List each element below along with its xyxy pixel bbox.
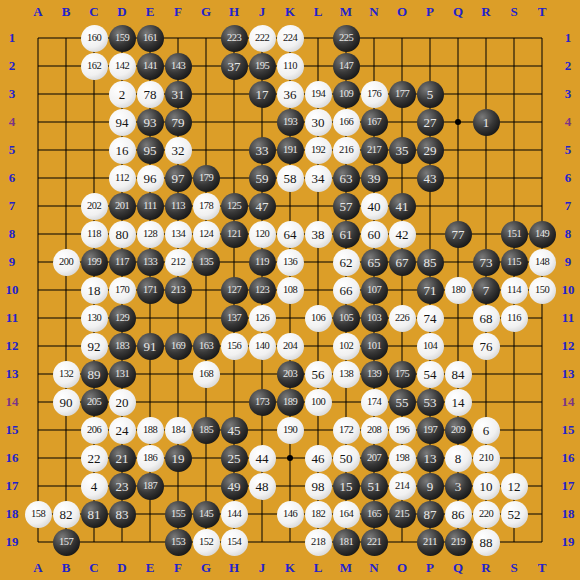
black-stone-S9[interactable]: 115 [501, 249, 528, 276]
black-stone-D7[interactable]: 201 [109, 193, 136, 220]
intersection-A6[interactable] [24, 164, 52, 192]
intersection-Q4[interactable] [444, 108, 472, 136]
white-stone-P12[interactable]: 104 [417, 333, 444, 360]
intersection-A14[interactable] [24, 388, 52, 416]
white-stone-C12[interactable]: 92 [81, 333, 108, 360]
intersection-R9[interactable]: 73 [472, 248, 500, 276]
white-stone-K10[interactable]: 108 [277, 277, 304, 304]
intersection-L3[interactable]: 194 [304, 80, 332, 108]
intersection-Q8[interactable]: 77 [444, 220, 472, 248]
intersection-D11[interactable]: 129 [108, 304, 136, 332]
intersection-N15[interactable]: 208 [360, 416, 388, 444]
intersection-R6[interactable] [472, 164, 500, 192]
intersection-R13[interactable] [472, 360, 500, 388]
white-stone-K18[interactable]: 146 [277, 501, 304, 528]
intersection-N12[interactable]: 101 [360, 332, 388, 360]
intersection-J14[interactable]: 173 [248, 388, 276, 416]
white-stone-S17[interactable]: 12 [501, 473, 528, 500]
intersection-N14[interactable]: 174 [360, 388, 388, 416]
black-stone-F18[interactable]: 155 [165, 501, 192, 528]
intersection-C15[interactable]: 206 [80, 416, 108, 444]
intersection-H5[interactable] [220, 136, 248, 164]
white-stone-E3[interactable]: 78 [137, 81, 164, 108]
black-stone-H8[interactable]: 121 [221, 221, 248, 248]
white-stone-M15[interactable]: 172 [333, 417, 360, 444]
white-stone-G19[interactable]: 152 [193, 529, 220, 556]
intersection-J19[interactable] [248, 528, 276, 556]
intersection-T2[interactable] [528, 52, 556, 80]
intersection-E18[interactable] [136, 500, 164, 528]
black-stone-C18[interactable]: 81 [81, 501, 108, 528]
intersection-G11[interactable] [192, 304, 220, 332]
intersection-M3[interactable]: 109 [332, 80, 360, 108]
intersection-O5[interactable]: 35 [388, 136, 416, 164]
intersection-M6[interactable]: 63 [332, 164, 360, 192]
black-stone-P9[interactable]: 85 [417, 249, 444, 276]
intersection-T18[interactable] [528, 500, 556, 528]
white-stone-D15[interactable]: 24 [109, 417, 136, 444]
black-stone-H16[interactable]: 25 [221, 445, 248, 472]
white-stone-L18[interactable]: 182 [305, 501, 332, 528]
intersection-D17[interactable]: 23 [108, 472, 136, 500]
black-stone-O9[interactable]: 67 [389, 249, 416, 276]
white-stone-R17[interactable]: 10 [473, 473, 500, 500]
black-stone-T8[interactable]: 149 [529, 221, 556, 248]
intersection-L10[interactable] [304, 276, 332, 304]
intersection-P3[interactable]: 5 [416, 80, 444, 108]
intersection-F5[interactable]: 32 [164, 136, 192, 164]
intersection-G17[interactable] [192, 472, 220, 500]
intersection-B4[interactable] [52, 108, 80, 136]
white-stone-L19[interactable]: 218 [305, 529, 332, 556]
intersection-J11[interactable]: 126 [248, 304, 276, 332]
black-stone-M6[interactable]: 63 [333, 165, 360, 192]
intersection-S12[interactable] [500, 332, 528, 360]
intersection-D7[interactable]: 201 [108, 192, 136, 220]
intersection-B3[interactable] [52, 80, 80, 108]
intersection-Q3[interactable] [444, 80, 472, 108]
intersection-F6[interactable]: 97 [164, 164, 192, 192]
white-stone-B18[interactable]: 82 [53, 501, 80, 528]
intersection-C8[interactable]: 118 [80, 220, 108, 248]
intersection-D15[interactable]: 24 [108, 416, 136, 444]
intersection-B16[interactable] [52, 444, 80, 472]
intersection-S11[interactable]: 116 [500, 304, 528, 332]
intersection-J8[interactable]: 120 [248, 220, 276, 248]
white-stone-R12[interactable]: 76 [473, 333, 500, 360]
intersection-G8[interactable]: 124 [192, 220, 220, 248]
black-stone-K14[interactable]: 189 [277, 389, 304, 416]
intersection-E13[interactable] [136, 360, 164, 388]
black-stone-E12[interactable]: 91 [137, 333, 164, 360]
intersection-S18[interactable]: 52 [500, 500, 528, 528]
intersection-M15[interactable]: 172 [332, 416, 360, 444]
intersection-L4[interactable]: 30 [304, 108, 332, 136]
intersection-T19[interactable] [528, 528, 556, 556]
intersection-R11[interactable]: 68 [472, 304, 500, 332]
white-stone-O11[interactable]: 226 [389, 305, 416, 332]
intersection-C2[interactable]: 162 [80, 52, 108, 80]
black-stone-N11[interactable]: 103 [361, 305, 388, 332]
white-stone-R18[interactable]: 220 [473, 501, 500, 528]
intersection-J10[interactable]: 123 [248, 276, 276, 304]
white-stone-C15[interactable]: 206 [81, 417, 108, 444]
intersection-H13[interactable] [220, 360, 248, 388]
intersection-M9[interactable]: 62 [332, 248, 360, 276]
intersection-M19[interactable]: 181 [332, 528, 360, 556]
white-stone-L6[interactable]: 34 [305, 165, 332, 192]
intersection-O17[interactable]: 214 [388, 472, 416, 500]
intersection-S8[interactable]: 151 [500, 220, 528, 248]
black-stone-N17[interactable]: 51 [361, 473, 388, 500]
intersection-B1[interactable] [52, 24, 80, 52]
intersection-S1[interactable] [500, 24, 528, 52]
intersection-P4[interactable]: 27 [416, 108, 444, 136]
intersection-C5[interactable] [80, 136, 108, 164]
black-stone-P19[interactable]: 211 [417, 529, 444, 556]
intersection-F14[interactable] [164, 388, 192, 416]
intersection-B14[interactable]: 90 [52, 388, 80, 416]
intersection-L1[interactable] [304, 24, 332, 52]
white-stone-D10[interactable]: 170 [109, 277, 136, 304]
black-stone-H2[interactable]: 37 [221, 53, 248, 80]
white-stone-D4[interactable]: 94 [109, 109, 136, 136]
intersection-H19[interactable]: 154 [220, 528, 248, 556]
intersection-N19[interactable]: 221 [360, 528, 388, 556]
intersection-O8[interactable]: 42 [388, 220, 416, 248]
intersection-N6[interactable]: 39 [360, 164, 388, 192]
intersection-J9[interactable]: 119 [248, 248, 276, 276]
white-stone-R19[interactable]: 88 [473, 529, 500, 556]
black-stone-D12[interactable]: 183 [109, 333, 136, 360]
white-stone-E16[interactable]: 186 [137, 445, 164, 472]
black-stone-J10[interactable]: 123 [249, 277, 276, 304]
intersection-E7[interactable]: 111 [136, 192, 164, 220]
intersection-D6[interactable]: 112 [108, 164, 136, 192]
intersection-H14[interactable] [220, 388, 248, 416]
intersection-B17[interactable] [52, 472, 80, 500]
intersection-D12[interactable]: 183 [108, 332, 136, 360]
intersection-T4[interactable] [528, 108, 556, 136]
white-stone-J17[interactable]: 48 [249, 473, 276, 500]
white-stone-L4[interactable]: 30 [305, 109, 332, 136]
intersection-F17[interactable] [164, 472, 192, 500]
intersection-L7[interactable] [304, 192, 332, 220]
intersection-O11[interactable]: 226 [388, 304, 416, 332]
intersection-S16[interactable] [500, 444, 528, 472]
black-stone-J7[interactable]: 47 [249, 193, 276, 220]
black-stone-J5[interactable]: 33 [249, 137, 276, 164]
intersection-C18[interactable]: 81 [80, 500, 108, 528]
intersection-T3[interactable] [528, 80, 556, 108]
white-stone-S10[interactable]: 114 [501, 277, 528, 304]
intersection-G16[interactable] [192, 444, 220, 472]
intersection-N4[interactable]: 167 [360, 108, 388, 136]
black-stone-J3[interactable]: 17 [249, 81, 276, 108]
white-stone-J12[interactable]: 140 [249, 333, 276, 360]
intersection-G19[interactable]: 152 [192, 528, 220, 556]
intersection-D9[interactable]: 117 [108, 248, 136, 276]
intersection-O13[interactable]: 175 [388, 360, 416, 388]
white-stone-C7[interactable]: 202 [81, 193, 108, 220]
intersection-H15[interactable]: 45 [220, 416, 248, 444]
intersection-E4[interactable]: 93 [136, 108, 164, 136]
intersection-N5[interactable]: 217 [360, 136, 388, 164]
intersection-K11[interactable] [276, 304, 304, 332]
intersection-D14[interactable]: 20 [108, 388, 136, 416]
intersection-D5[interactable]: 16 [108, 136, 136, 164]
intersection-R4[interactable]: 1 [472, 108, 500, 136]
white-stone-J11[interactable]: 126 [249, 305, 276, 332]
intersection-E6[interactable]: 96 [136, 164, 164, 192]
intersection-D4[interactable]: 94 [108, 108, 136, 136]
intersection-T9[interactable]: 148 [528, 248, 556, 276]
black-stone-N19[interactable]: 221 [361, 529, 388, 556]
intersection-R14[interactable] [472, 388, 500, 416]
intersection-C14[interactable]: 205 [80, 388, 108, 416]
intersection-E17[interactable]: 187 [136, 472, 164, 500]
intersection-T17[interactable] [528, 472, 556, 500]
intersection-G2[interactable] [192, 52, 220, 80]
intersection-C17[interactable]: 4 [80, 472, 108, 500]
intersection-L15[interactable] [304, 416, 332, 444]
intersection-K13[interactable]: 203 [276, 360, 304, 388]
intersection-L9[interactable] [304, 248, 332, 276]
intersection-F10[interactable]: 213 [164, 276, 192, 304]
intersection-P1[interactable] [416, 24, 444, 52]
intersection-C9[interactable]: 199 [80, 248, 108, 276]
intersection-S19[interactable] [500, 528, 528, 556]
intersection-J5[interactable]: 33 [248, 136, 276, 164]
intersection-L19[interactable]: 218 [304, 528, 332, 556]
intersection-S6[interactable] [500, 164, 528, 192]
black-stone-G15[interactable]: 185 [193, 417, 220, 444]
intersection-O3[interactable]: 177 [388, 80, 416, 108]
white-stone-M13[interactable]: 138 [333, 361, 360, 388]
black-stone-H17[interactable]: 49 [221, 473, 248, 500]
intersection-G5[interactable] [192, 136, 220, 164]
intersection-J2[interactable]: 195 [248, 52, 276, 80]
black-stone-G12[interactable]: 163 [193, 333, 220, 360]
white-stone-Q14[interactable]: 14 [445, 389, 472, 416]
intersection-O14[interactable]: 55 [388, 388, 416, 416]
white-stone-S18[interactable]: 52 [501, 501, 528, 528]
intersection-N8[interactable]: 60 [360, 220, 388, 248]
white-stone-L14[interactable]: 100 [305, 389, 332, 416]
black-stone-F6[interactable]: 97 [165, 165, 192, 192]
white-stone-G8[interactable]: 124 [193, 221, 220, 248]
intersection-G7[interactable]: 178 [192, 192, 220, 220]
intersection-T6[interactable] [528, 164, 556, 192]
intersection-H4[interactable] [220, 108, 248, 136]
intersection-F11[interactable] [164, 304, 192, 332]
intersection-P16[interactable]: 13 [416, 444, 444, 472]
white-stone-D14[interactable]: 20 [109, 389, 136, 416]
intersection-K7[interactable] [276, 192, 304, 220]
white-stone-P13[interactable]: 54 [417, 361, 444, 388]
white-stone-H19[interactable]: 154 [221, 529, 248, 556]
intersection-P15[interactable]: 197 [416, 416, 444, 444]
intersection-A17[interactable] [24, 472, 52, 500]
intersection-R15[interactable]: 6 [472, 416, 500, 444]
intersection-A5[interactable] [24, 136, 52, 164]
intersection-J3[interactable]: 17 [248, 80, 276, 108]
intersection-M4[interactable]: 166 [332, 108, 360, 136]
black-stone-E10[interactable]: 171 [137, 277, 164, 304]
intersection-B11[interactable] [52, 304, 80, 332]
intersection-J1[interactable]: 222 [248, 24, 276, 52]
black-stone-R10[interactable]: 7 [473, 277, 500, 304]
black-stone-J14[interactable]: 173 [249, 389, 276, 416]
intersection-N9[interactable]: 65 [360, 248, 388, 276]
intersection-M18[interactable]: 164 [332, 500, 360, 528]
black-stone-O13[interactable]: 175 [389, 361, 416, 388]
intersection-M7[interactable]: 57 [332, 192, 360, 220]
intersection-J15[interactable] [248, 416, 276, 444]
intersection-P5[interactable]: 29 [416, 136, 444, 164]
intersection-M1[interactable]: 225 [332, 24, 360, 52]
intersection-M14[interactable] [332, 388, 360, 416]
intersection-G9[interactable]: 135 [192, 248, 220, 276]
black-stone-P16[interactable]: 13 [417, 445, 444, 472]
black-stone-M11[interactable]: 105 [333, 305, 360, 332]
intersection-O4[interactable] [388, 108, 416, 136]
black-stone-Q17[interactable]: 3 [445, 473, 472, 500]
intersection-K8[interactable]: 64 [276, 220, 304, 248]
intersection-R10[interactable]: 7 [472, 276, 500, 304]
black-stone-R9[interactable]: 73 [473, 249, 500, 276]
white-stone-J8[interactable]: 120 [249, 221, 276, 248]
black-stone-F2[interactable]: 143 [165, 53, 192, 80]
intersection-Q18[interactable]: 86 [444, 500, 472, 528]
intersection-T8[interactable]: 149 [528, 220, 556, 248]
black-stone-H7[interactable]: 125 [221, 193, 248, 220]
white-stone-F9[interactable]: 212 [165, 249, 192, 276]
intersection-G1[interactable] [192, 24, 220, 52]
white-stone-P11[interactable]: 74 [417, 305, 444, 332]
white-stone-D6[interactable]: 112 [109, 165, 136, 192]
intersection-D1[interactable]: 159 [108, 24, 136, 52]
white-stone-O16[interactable]: 198 [389, 445, 416, 472]
intersection-N1[interactable] [360, 24, 388, 52]
intersection-F18[interactable]: 155 [164, 500, 192, 528]
intersection-K6[interactable]: 58 [276, 164, 304, 192]
intersection-H1[interactable]: 223 [220, 24, 248, 52]
black-stone-N16[interactable]: 207 [361, 445, 388, 472]
intersection-R1[interactable] [472, 24, 500, 52]
intersection-O1[interactable] [388, 24, 416, 52]
intersection-T16[interactable] [528, 444, 556, 472]
intersection-G13[interactable]: 168 [192, 360, 220, 388]
intersection-N10[interactable]: 107 [360, 276, 388, 304]
white-stone-N14[interactable]: 174 [361, 389, 388, 416]
intersection-M8[interactable]: 61 [332, 220, 360, 248]
intersection-C4[interactable] [80, 108, 108, 136]
black-stone-P5[interactable]: 29 [417, 137, 444, 164]
intersection-L2[interactable] [304, 52, 332, 80]
black-stone-B19[interactable]: 157 [53, 529, 80, 556]
intersection-H6[interactable] [220, 164, 248, 192]
white-stone-K1[interactable]: 224 [277, 25, 304, 52]
intersection-M11[interactable]: 105 [332, 304, 360, 332]
intersection-M13[interactable]: 138 [332, 360, 360, 388]
black-stone-H15[interactable]: 45 [221, 417, 248, 444]
intersection-T5[interactable] [528, 136, 556, 164]
intersection-L17[interactable]: 98 [304, 472, 332, 500]
intersection-K5[interactable]: 191 [276, 136, 304, 164]
intersection-N17[interactable]: 51 [360, 472, 388, 500]
intersection-B7[interactable] [52, 192, 80, 220]
white-stone-B13[interactable]: 132 [53, 361, 80, 388]
white-stone-M9[interactable]: 62 [333, 249, 360, 276]
intersection-K14[interactable]: 189 [276, 388, 304, 416]
intersection-L12[interactable] [304, 332, 332, 360]
intersection-D16[interactable]: 21 [108, 444, 136, 472]
intersection-Q19[interactable]: 219 [444, 528, 472, 556]
intersection-Q14[interactable]: 14 [444, 388, 472, 416]
intersection-P13[interactable]: 54 [416, 360, 444, 388]
intersection-A16[interactable] [24, 444, 52, 472]
intersection-Q16[interactable]: 8 [444, 444, 472, 472]
intersection-R16[interactable]: 210 [472, 444, 500, 472]
intersection-M12[interactable]: 102 [332, 332, 360, 360]
intersection-T11[interactable] [528, 304, 556, 332]
black-stone-G9[interactable]: 135 [193, 249, 220, 276]
white-stone-M4[interactable]: 166 [333, 109, 360, 136]
intersection-A7[interactable] [24, 192, 52, 220]
black-stone-S8[interactable]: 151 [501, 221, 528, 248]
intersection-C11[interactable]: 130 [80, 304, 108, 332]
intersection-K9[interactable]: 136 [276, 248, 304, 276]
intersection-L6[interactable]: 34 [304, 164, 332, 192]
intersection-O10[interactable] [388, 276, 416, 304]
intersection-B12[interactable] [52, 332, 80, 360]
intersection-Q7[interactable] [444, 192, 472, 220]
intersection-D8[interactable]: 80 [108, 220, 136, 248]
intersection-K16[interactable] [276, 444, 304, 472]
intersection-A18[interactable]: 158 [24, 500, 52, 528]
intersection-F15[interactable]: 184 [164, 416, 192, 444]
white-stone-G13[interactable]: 168 [193, 361, 220, 388]
intersection-O12[interactable] [388, 332, 416, 360]
white-stone-N7[interactable]: 40 [361, 193, 388, 220]
black-stone-N13[interactable]: 139 [361, 361, 388, 388]
black-stone-P14[interactable]: 53 [417, 389, 444, 416]
intersection-H2[interactable]: 37 [220, 52, 248, 80]
intersection-O15[interactable]: 196 [388, 416, 416, 444]
intersection-F4[interactable]: 79 [164, 108, 192, 136]
white-stone-F15[interactable]: 184 [165, 417, 192, 444]
intersection-H17[interactable]: 49 [220, 472, 248, 500]
intersection-D3[interactable]: 2 [108, 80, 136, 108]
intersection-F1[interactable] [164, 24, 192, 52]
black-stone-F19[interactable]: 153 [165, 529, 192, 556]
intersection-R18[interactable]: 220 [472, 500, 500, 528]
intersection-A15[interactable] [24, 416, 52, 444]
white-stone-D3[interactable]: 2 [109, 81, 136, 108]
intersection-O7[interactable]: 41 [388, 192, 416, 220]
intersection-G18[interactable]: 145 [192, 500, 220, 528]
black-stone-C14[interactable]: 205 [81, 389, 108, 416]
intersection-B5[interactable] [52, 136, 80, 164]
intersection-Q2[interactable] [444, 52, 472, 80]
intersection-S17[interactable]: 12 [500, 472, 528, 500]
intersection-Q13[interactable]: 84 [444, 360, 472, 388]
intersection-A3[interactable] [24, 80, 52, 108]
intersection-F9[interactable]: 212 [164, 248, 192, 276]
intersection-T14[interactable] [528, 388, 556, 416]
white-stone-K3[interactable]: 36 [277, 81, 304, 108]
